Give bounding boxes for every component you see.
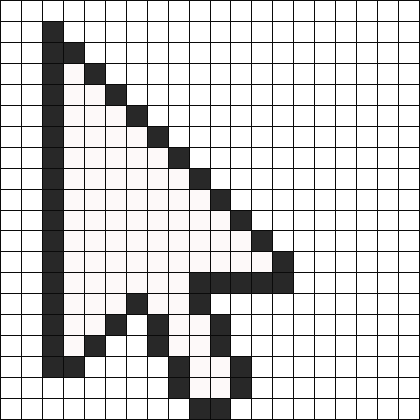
- grid-cell[interactable]: [190, 22, 211, 43]
- grid-cell[interactable]: [315, 231, 336, 252]
- grid-cell[interactable]: [399, 1, 420, 22]
- grid-cell[interactable]: [336, 43, 357, 64]
- grid-cell[interactable]: [190, 190, 211, 211]
- grid-cell[interactable]: [127, 106, 148, 127]
- grid-cell[interactable]: [85, 294, 106, 315]
- grid-cell[interactable]: [43, 315, 64, 336]
- grid-cell[interactable]: [294, 315, 315, 336]
- grid-cell[interactable]: [399, 211, 420, 232]
- grid-cell[interactable]: [294, 22, 315, 43]
- grid-cell[interactable]: [169, 169, 190, 190]
- grid-cell[interactable]: [148, 169, 169, 190]
- grid-cell[interactable]: [378, 294, 399, 315]
- grid-cell[interactable]: [273, 294, 294, 315]
- grid-cell[interactable]: [1, 1, 22, 22]
- grid-cell[interactable]: [252, 190, 273, 211]
- grid-cell[interactable]: [85, 315, 106, 336]
- grid-cell[interactable]: [252, 211, 273, 232]
- grid-cell[interactable]: [1, 190, 22, 211]
- grid-cell[interactable]: [85, 148, 106, 169]
- grid-cell[interactable]: [252, 106, 273, 127]
- grid-cell[interactable]: [106, 231, 127, 252]
- grid-cell[interactable]: [252, 399, 273, 420]
- grid-cell[interactable]: [231, 43, 252, 64]
- grid-cell[interactable]: [169, 273, 190, 294]
- grid-cell[interactable]: [252, 127, 273, 148]
- grid-cell[interactable]: [211, 336, 232, 357]
- grid-cell[interactable]: [64, 211, 85, 232]
- grid-cell[interactable]: [378, 211, 399, 232]
- grid-cell[interactable]: [231, 190, 252, 211]
- grid-cell[interactable]: [378, 357, 399, 378]
- grid-cell[interactable]: [231, 378, 252, 399]
- grid-cell[interactable]: [357, 399, 378, 420]
- grid-cell[interactable]: [106, 273, 127, 294]
- grid-cell[interactable]: [85, 231, 106, 252]
- grid-cell[interactable]: [64, 22, 85, 43]
- grid-cell[interactable]: [252, 231, 273, 252]
- grid-cell[interactable]: [85, 399, 106, 420]
- grid-cell[interactable]: [43, 336, 64, 357]
- grid-cell[interactable]: [43, 127, 64, 148]
- grid-cell[interactable]: [357, 357, 378, 378]
- grid-cell[interactable]: [357, 252, 378, 273]
- grid-cell[interactable]: [399, 85, 420, 106]
- grid-cell[interactable]: [399, 294, 420, 315]
- grid-cell[interactable]: [315, 1, 336, 22]
- grid-cell[interactable]: [357, 231, 378, 252]
- grid-cell[interactable]: [399, 106, 420, 127]
- grid-cell[interactable]: [378, 127, 399, 148]
- grid-cell[interactable]: [106, 148, 127, 169]
- grid-cell[interactable]: [64, 43, 85, 64]
- grid-cell[interactable]: [64, 273, 85, 294]
- grid-cell[interactable]: [211, 64, 232, 85]
- grid-cell[interactable]: [336, 315, 357, 336]
- grid-cell[interactable]: [252, 273, 273, 294]
- grid-cell[interactable]: [169, 64, 190, 85]
- grid-cell[interactable]: [1, 169, 22, 190]
- grid-cell[interactable]: [294, 378, 315, 399]
- grid-cell[interactable]: [169, 336, 190, 357]
- grid-cell[interactable]: [22, 357, 43, 378]
- grid-cell[interactable]: [399, 252, 420, 273]
- grid-cell[interactable]: [22, 169, 43, 190]
- grid-cell[interactable]: [211, 378, 232, 399]
- grid-cell[interactable]: [127, 127, 148, 148]
- grid-cell[interactable]: [148, 211, 169, 232]
- grid-cell[interactable]: [378, 399, 399, 420]
- grid-cell[interactable]: [190, 231, 211, 252]
- grid-cell[interactable]: [273, 22, 294, 43]
- grid-cell[interactable]: [148, 294, 169, 315]
- grid-cell[interactable]: [357, 378, 378, 399]
- grid-cell[interactable]: [231, 399, 252, 420]
- grid-cell[interactable]: [106, 106, 127, 127]
- grid-cell[interactable]: [43, 43, 64, 64]
- grid-cell[interactable]: [336, 294, 357, 315]
- grid-cell[interactable]: [85, 190, 106, 211]
- grid-cell[interactable]: [127, 378, 148, 399]
- grid-cell[interactable]: [378, 43, 399, 64]
- grid-cell[interactable]: [1, 378, 22, 399]
- grid-cell[interactable]: [127, 1, 148, 22]
- grid-cell[interactable]: [231, 85, 252, 106]
- grid-cell[interactable]: [148, 399, 169, 420]
- grid-cell[interactable]: [273, 190, 294, 211]
- grid-cell[interactable]: [252, 357, 273, 378]
- grid-cell[interactable]: [22, 273, 43, 294]
- grid-cell[interactable]: [190, 211, 211, 232]
- grid-cell[interactable]: [273, 106, 294, 127]
- grid-cell[interactable]: [43, 378, 64, 399]
- grid-cell[interactable]: [336, 336, 357, 357]
- grid-cell[interactable]: [64, 169, 85, 190]
- grid-cell[interactable]: [1, 315, 22, 336]
- grid-cell[interactable]: [336, 190, 357, 211]
- grid-cell[interactable]: [127, 294, 148, 315]
- grid-cell[interactable]: [399, 64, 420, 85]
- grid-cell[interactable]: [64, 315, 85, 336]
- grid-cell[interactable]: [231, 64, 252, 85]
- grid-cell[interactable]: [273, 1, 294, 22]
- grid-cell[interactable]: [43, 294, 64, 315]
- grid-cell[interactable]: [1, 148, 22, 169]
- grid-cell[interactable]: [85, 106, 106, 127]
- grid-cell[interactable]: [1, 85, 22, 106]
- grid-cell[interactable]: [378, 106, 399, 127]
- grid-cell[interactable]: [294, 399, 315, 420]
- grid-cell[interactable]: [399, 231, 420, 252]
- grid-cell[interactable]: [127, 190, 148, 211]
- grid-cell[interactable]: [148, 190, 169, 211]
- grid-cell[interactable]: [231, 294, 252, 315]
- grid-cell[interactable]: [357, 169, 378, 190]
- grid-cell[interactable]: [1, 127, 22, 148]
- grid-cell[interactable]: [64, 85, 85, 106]
- grid-cell[interactable]: [43, 148, 64, 169]
- grid-cell[interactable]: [169, 22, 190, 43]
- grid-cell[interactable]: [315, 252, 336, 273]
- grid-cell[interactable]: [231, 22, 252, 43]
- grid-cell[interactable]: [211, 169, 232, 190]
- grid-cell[interactable]: [127, 231, 148, 252]
- grid-cell[interactable]: [294, 85, 315, 106]
- grid-cell[interactable]: [43, 211, 64, 232]
- grid-cell[interactable]: [294, 190, 315, 211]
- grid-cell[interactable]: [336, 1, 357, 22]
- grid-cell[interactable]: [22, 190, 43, 211]
- grid-cell[interactable]: [252, 294, 273, 315]
- grid-cell[interactable]: [22, 127, 43, 148]
- grid-cell[interactable]: [106, 1, 127, 22]
- grid-cell[interactable]: [43, 85, 64, 106]
- grid-cell[interactable]: [336, 64, 357, 85]
- grid-cell[interactable]: [64, 294, 85, 315]
- grid-cell[interactable]: [1, 22, 22, 43]
- grid-cell[interactable]: [22, 22, 43, 43]
- grid-cell[interactable]: [357, 64, 378, 85]
- grid-cell[interactable]: [378, 85, 399, 106]
- grid-cell[interactable]: [294, 127, 315, 148]
- grid-cell[interactable]: [64, 336, 85, 357]
- grid-cell[interactable]: [211, 127, 232, 148]
- grid-cell[interactable]: [85, 336, 106, 357]
- grid-cell[interactable]: [378, 273, 399, 294]
- grid-cell[interactable]: [22, 336, 43, 357]
- grid-cell[interactable]: [231, 315, 252, 336]
- grid-cell[interactable]: [252, 43, 273, 64]
- grid-cell[interactable]: [85, 211, 106, 232]
- grid-cell[interactable]: [1, 399, 22, 420]
- grid-cell[interactable]: [211, 357, 232, 378]
- grid-cell[interactable]: [315, 85, 336, 106]
- grid-cell[interactable]: [378, 378, 399, 399]
- grid-cell[interactable]: [148, 1, 169, 22]
- grid-cell[interactable]: [127, 169, 148, 190]
- grid-cell[interactable]: [357, 106, 378, 127]
- grid-cell[interactable]: [273, 252, 294, 273]
- grid-cell[interactable]: [378, 22, 399, 43]
- grid-cell[interactable]: [315, 64, 336, 85]
- grid-cell[interactable]: [190, 169, 211, 190]
- grid-cell[interactable]: [169, 252, 190, 273]
- grid-cell[interactable]: [357, 85, 378, 106]
- grid-cell[interactable]: [148, 378, 169, 399]
- grid-cell[interactable]: [399, 127, 420, 148]
- grid-cell[interactable]: [1, 273, 22, 294]
- grid-cell[interactable]: [336, 127, 357, 148]
- grid-cell[interactable]: [169, 190, 190, 211]
- grid-cell[interactable]: [252, 22, 273, 43]
- grid-cell[interactable]: [64, 1, 85, 22]
- grid-cell[interactable]: [273, 336, 294, 357]
- grid-cell[interactable]: [231, 231, 252, 252]
- grid-cell[interactable]: [22, 1, 43, 22]
- grid-cell[interactable]: [1, 43, 22, 64]
- grid-cell[interactable]: [22, 399, 43, 420]
- grid-cell[interactable]: [378, 190, 399, 211]
- grid-cell[interactable]: [43, 106, 64, 127]
- grid-cell[interactable]: [315, 273, 336, 294]
- grid-cell[interactable]: [211, 211, 232, 232]
- grid-cell[interactable]: [148, 336, 169, 357]
- grid-cell[interactable]: [127, 336, 148, 357]
- grid-cell[interactable]: [336, 85, 357, 106]
- grid-cell[interactable]: [127, 315, 148, 336]
- grid-cell[interactable]: [252, 1, 273, 22]
- grid-cell[interactable]: [336, 252, 357, 273]
- grid-cell[interactable]: [315, 190, 336, 211]
- grid-cell[interactable]: [148, 85, 169, 106]
- grid-cell[interactable]: [294, 106, 315, 127]
- grid-cell[interactable]: [169, 1, 190, 22]
- grid-cell[interactable]: [43, 357, 64, 378]
- grid-cell[interactable]: [357, 190, 378, 211]
- grid-cell[interactable]: [399, 148, 420, 169]
- grid-cell[interactable]: [190, 273, 211, 294]
- grid-cell[interactable]: [273, 127, 294, 148]
- grid-cell[interactable]: [211, 190, 232, 211]
- grid-cell[interactable]: [22, 315, 43, 336]
- grid-cell[interactable]: [106, 169, 127, 190]
- grid-cell[interactable]: [211, 85, 232, 106]
- grid-cell[interactable]: [43, 252, 64, 273]
- grid-cell[interactable]: [357, 22, 378, 43]
- grid-cell[interactable]: [148, 64, 169, 85]
- grid-cell[interactable]: [315, 357, 336, 378]
- grid-cell[interactable]: [127, 64, 148, 85]
- grid-cell[interactable]: [22, 148, 43, 169]
- grid-cell[interactable]: [64, 106, 85, 127]
- grid-cell[interactable]: [106, 22, 127, 43]
- grid-cell[interactable]: [252, 85, 273, 106]
- grid-cell[interactable]: [22, 106, 43, 127]
- grid-cell[interactable]: [148, 22, 169, 43]
- grid-cell[interactable]: [85, 64, 106, 85]
- grid-cell[interactable]: [315, 399, 336, 420]
- grid-cell[interactable]: [336, 378, 357, 399]
- grid-cell[interactable]: [148, 252, 169, 273]
- grid-cell[interactable]: [252, 169, 273, 190]
- grid-cell[interactable]: [252, 315, 273, 336]
- grid-cell[interactable]: [231, 148, 252, 169]
- grid-cell[interactable]: [106, 315, 127, 336]
- grid-cell[interactable]: [43, 169, 64, 190]
- grid-cell[interactable]: [106, 252, 127, 273]
- grid-cell[interactable]: [294, 169, 315, 190]
- grid-cell[interactable]: [22, 252, 43, 273]
- grid-cell[interactable]: [64, 64, 85, 85]
- grid-cell[interactable]: [357, 315, 378, 336]
- grid-cell[interactable]: [231, 169, 252, 190]
- grid-cell[interactable]: [106, 127, 127, 148]
- grid-cell[interactable]: [273, 231, 294, 252]
- grid-cell[interactable]: [315, 127, 336, 148]
- grid-cell[interactable]: [273, 273, 294, 294]
- grid-cell[interactable]: [106, 378, 127, 399]
- grid-cell[interactable]: [231, 336, 252, 357]
- grid-cell[interactable]: [127, 273, 148, 294]
- grid-cell[interactable]: [169, 378, 190, 399]
- grid-cell[interactable]: [273, 169, 294, 190]
- grid-cell[interactable]: [336, 22, 357, 43]
- grid-cell[interactable]: [148, 273, 169, 294]
- grid-cell[interactable]: [211, 399, 232, 420]
- grid-cell[interactable]: [357, 336, 378, 357]
- grid-cell[interactable]: [64, 378, 85, 399]
- grid-cell[interactable]: [148, 43, 169, 64]
- grid-cell[interactable]: [85, 127, 106, 148]
- grid-cell[interactable]: [148, 357, 169, 378]
- grid-cell[interactable]: [211, 273, 232, 294]
- grid-cell[interactable]: [336, 211, 357, 232]
- grid-cell[interactable]: [399, 399, 420, 420]
- grid-cell[interactable]: [169, 211, 190, 232]
- grid-cell[interactable]: [294, 357, 315, 378]
- grid-cell[interactable]: [127, 85, 148, 106]
- grid-cell[interactable]: [315, 22, 336, 43]
- grid-cell[interactable]: [64, 357, 85, 378]
- grid-cell[interactable]: [85, 252, 106, 273]
- grid-cell[interactable]: [22, 294, 43, 315]
- grid-cell[interactable]: [43, 64, 64, 85]
- grid-cell[interactable]: [190, 336, 211, 357]
- grid-cell[interactable]: [336, 169, 357, 190]
- grid-cell[interactable]: [106, 211, 127, 232]
- grid-cell[interactable]: [273, 148, 294, 169]
- grid-cell[interactable]: [315, 148, 336, 169]
- grid-cell[interactable]: [127, 22, 148, 43]
- grid-cell[interactable]: [273, 315, 294, 336]
- grid-cell[interactable]: [294, 1, 315, 22]
- grid-cell[interactable]: [106, 294, 127, 315]
- grid-cell[interactable]: [106, 64, 127, 85]
- grid-cell[interactable]: [85, 85, 106, 106]
- grid-cell[interactable]: [64, 252, 85, 273]
- grid-cell[interactable]: [64, 190, 85, 211]
- grid-cell[interactable]: [64, 127, 85, 148]
- grid-cell[interactable]: [294, 252, 315, 273]
- grid-cell[interactable]: [169, 43, 190, 64]
- grid-cell[interactable]: [190, 106, 211, 127]
- grid-cell[interactable]: [190, 357, 211, 378]
- grid-cell[interactable]: [378, 148, 399, 169]
- grid-cell[interactable]: [64, 231, 85, 252]
- grid-cell[interactable]: [1, 231, 22, 252]
- grid-cell[interactable]: [211, 231, 232, 252]
- grid-cell[interactable]: [273, 399, 294, 420]
- grid-cell[interactable]: [315, 378, 336, 399]
- grid-cell[interactable]: [148, 315, 169, 336]
- grid-cell[interactable]: [1, 211, 22, 232]
- grid-cell[interactable]: [273, 378, 294, 399]
- grid-cell[interactable]: [190, 294, 211, 315]
- grid-cell[interactable]: [1, 336, 22, 357]
- grid-cell[interactable]: [399, 378, 420, 399]
- grid-cell[interactable]: [64, 148, 85, 169]
- grid-cell[interactable]: [378, 64, 399, 85]
- grid-cell[interactable]: [378, 1, 399, 22]
- grid-cell[interactable]: [22, 85, 43, 106]
- grid-cell[interactable]: [399, 357, 420, 378]
- grid-cell[interactable]: [252, 148, 273, 169]
- grid-cell[interactable]: [357, 127, 378, 148]
- grid-cell[interactable]: [336, 357, 357, 378]
- grid-cell[interactable]: [378, 169, 399, 190]
- grid-cell[interactable]: [169, 399, 190, 420]
- grid-cell[interactable]: [336, 148, 357, 169]
- grid-cell[interactable]: [336, 273, 357, 294]
- grid-cell[interactable]: [315, 294, 336, 315]
- grid-cell[interactable]: [315, 336, 336, 357]
- grid-cell[interactable]: [190, 85, 211, 106]
- grid-cell[interactable]: [190, 399, 211, 420]
- grid-cell[interactable]: [169, 127, 190, 148]
- grid-cell[interactable]: [190, 64, 211, 85]
- grid-cell[interactable]: [252, 336, 273, 357]
- grid-cell[interactable]: [399, 169, 420, 190]
- grid-cell[interactable]: [127, 252, 148, 273]
- grid-cell[interactable]: [190, 127, 211, 148]
- grid-cell[interactable]: [211, 1, 232, 22]
- grid-cell[interactable]: [85, 1, 106, 22]
- grid-cell[interactable]: [169, 106, 190, 127]
- grid-cell[interactable]: [211, 294, 232, 315]
- grid-cell[interactable]: [148, 148, 169, 169]
- grid-cell[interactable]: [378, 252, 399, 273]
- grid-cell[interactable]: [1, 357, 22, 378]
